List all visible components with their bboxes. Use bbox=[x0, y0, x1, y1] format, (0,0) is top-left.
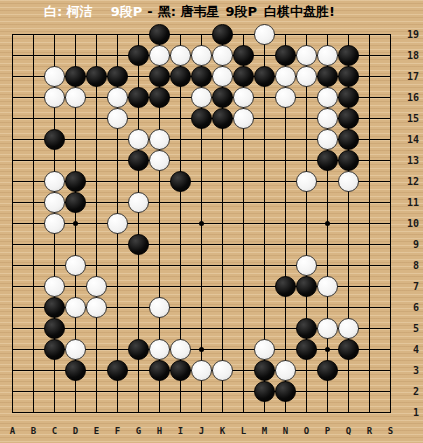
intersection-N4[interactable] bbox=[275, 339, 296, 360]
intersection-Q10[interactable] bbox=[338, 213, 359, 234]
intersection-J3[interactable] bbox=[191, 360, 212, 381]
intersection-G12[interactable] bbox=[128, 171, 149, 192]
intersection-D10[interactable] bbox=[65, 213, 86, 234]
intersection-N2[interactable] bbox=[275, 381, 296, 402]
intersection-A10[interactable] bbox=[2, 213, 23, 234]
intersection-M11[interactable] bbox=[254, 192, 275, 213]
intersection-R12[interactable] bbox=[359, 171, 380, 192]
intersection-N15[interactable] bbox=[275, 108, 296, 129]
intersection-G10[interactable] bbox=[128, 213, 149, 234]
intersection-B6[interactable] bbox=[23, 297, 44, 318]
intersection-H19[interactable] bbox=[149, 24, 170, 45]
intersection-F1[interactable] bbox=[107, 402, 128, 423]
intersection-A14[interactable] bbox=[2, 129, 23, 150]
intersection-I7[interactable] bbox=[170, 276, 191, 297]
intersection-G7[interactable] bbox=[128, 276, 149, 297]
intersection-S1[interactable] bbox=[380, 402, 401, 423]
intersection-J18[interactable] bbox=[191, 45, 212, 66]
intersection-P6[interactable] bbox=[317, 297, 338, 318]
intersection-I18[interactable] bbox=[170, 45, 191, 66]
intersection-F7[interactable] bbox=[107, 276, 128, 297]
intersection-F10[interactable] bbox=[107, 213, 128, 234]
intersection-O6[interactable] bbox=[296, 297, 317, 318]
intersection-L15[interactable] bbox=[233, 108, 254, 129]
intersection-A1[interactable] bbox=[2, 402, 23, 423]
intersection-B7[interactable] bbox=[23, 276, 44, 297]
intersection-A19[interactable] bbox=[2, 24, 23, 45]
intersection-D14[interactable] bbox=[65, 129, 86, 150]
intersection-S7[interactable] bbox=[380, 276, 401, 297]
intersection-Q13[interactable] bbox=[338, 150, 359, 171]
intersection-J16[interactable] bbox=[191, 87, 212, 108]
intersection-Q4[interactable] bbox=[338, 339, 359, 360]
intersection-G17[interactable] bbox=[128, 66, 149, 87]
intersection-N3[interactable] bbox=[275, 360, 296, 381]
intersection-Q15[interactable] bbox=[338, 108, 359, 129]
intersection-Q14[interactable] bbox=[338, 129, 359, 150]
intersection-M17[interactable] bbox=[254, 66, 275, 87]
intersection-Q17[interactable] bbox=[338, 66, 359, 87]
intersection-R17[interactable] bbox=[359, 66, 380, 87]
intersection-O7[interactable] bbox=[296, 276, 317, 297]
intersection-E5[interactable] bbox=[86, 318, 107, 339]
intersection-R19[interactable] bbox=[359, 24, 380, 45]
intersection-L9[interactable] bbox=[233, 234, 254, 255]
intersection-B13[interactable] bbox=[23, 150, 44, 171]
intersection-O12[interactable] bbox=[296, 171, 317, 192]
intersection-B2[interactable] bbox=[23, 381, 44, 402]
intersection-A11[interactable] bbox=[2, 192, 23, 213]
intersection-M16[interactable] bbox=[254, 87, 275, 108]
intersection-C13[interactable] bbox=[44, 150, 65, 171]
intersection-J7[interactable] bbox=[191, 276, 212, 297]
intersection-B11[interactable] bbox=[23, 192, 44, 213]
intersection-P19[interactable] bbox=[317, 24, 338, 45]
intersection-K17[interactable] bbox=[212, 66, 233, 87]
intersection-H8[interactable] bbox=[149, 255, 170, 276]
intersection-N19[interactable] bbox=[275, 24, 296, 45]
intersection-N16[interactable] bbox=[275, 87, 296, 108]
intersection-C2[interactable] bbox=[44, 381, 65, 402]
intersection-N13[interactable] bbox=[275, 150, 296, 171]
intersection-K18[interactable] bbox=[212, 45, 233, 66]
intersection-C8[interactable] bbox=[44, 255, 65, 276]
intersection-H13[interactable] bbox=[149, 150, 170, 171]
intersection-N18[interactable] bbox=[275, 45, 296, 66]
intersection-A2[interactable] bbox=[2, 381, 23, 402]
intersection-L1[interactable] bbox=[233, 402, 254, 423]
intersection-K10[interactable] bbox=[212, 213, 233, 234]
intersection-S13[interactable] bbox=[380, 150, 401, 171]
intersection-Q8[interactable] bbox=[338, 255, 359, 276]
intersection-I16[interactable] bbox=[170, 87, 191, 108]
intersection-D17[interactable] bbox=[65, 66, 86, 87]
intersection-N17[interactable] bbox=[275, 66, 296, 87]
intersection-B3[interactable] bbox=[23, 360, 44, 381]
intersection-B18[interactable] bbox=[23, 45, 44, 66]
intersection-O13[interactable] bbox=[296, 150, 317, 171]
intersection-M4[interactable] bbox=[254, 339, 275, 360]
intersection-J12[interactable] bbox=[191, 171, 212, 192]
intersection-F4[interactable] bbox=[107, 339, 128, 360]
intersection-J15[interactable] bbox=[191, 108, 212, 129]
intersection-I14[interactable] bbox=[170, 129, 191, 150]
intersection-C7[interactable] bbox=[44, 276, 65, 297]
intersection-F13[interactable] bbox=[107, 150, 128, 171]
intersection-O11[interactable] bbox=[296, 192, 317, 213]
intersection-E15[interactable] bbox=[86, 108, 107, 129]
intersection-K16[interactable] bbox=[212, 87, 233, 108]
intersection-P11[interactable] bbox=[317, 192, 338, 213]
intersection-D6[interactable] bbox=[65, 297, 86, 318]
intersection-F12[interactable] bbox=[107, 171, 128, 192]
intersection-O8[interactable] bbox=[296, 255, 317, 276]
intersection-O14[interactable] bbox=[296, 129, 317, 150]
intersection-P8[interactable] bbox=[317, 255, 338, 276]
intersection-L16[interactable] bbox=[233, 87, 254, 108]
intersection-H4[interactable] bbox=[149, 339, 170, 360]
intersection-M3[interactable] bbox=[254, 360, 275, 381]
intersection-O10[interactable] bbox=[296, 213, 317, 234]
intersection-N5[interactable] bbox=[275, 318, 296, 339]
intersection-S14[interactable] bbox=[380, 129, 401, 150]
intersection-S6[interactable] bbox=[380, 297, 401, 318]
intersection-B9[interactable] bbox=[23, 234, 44, 255]
intersection-P3[interactable] bbox=[317, 360, 338, 381]
intersection-D4[interactable] bbox=[65, 339, 86, 360]
intersection-F6[interactable] bbox=[107, 297, 128, 318]
intersection-H14[interactable] bbox=[149, 129, 170, 150]
intersection-G11[interactable] bbox=[128, 192, 149, 213]
intersection-M19[interactable] bbox=[254, 24, 275, 45]
intersection-P10[interactable] bbox=[317, 213, 338, 234]
intersection-P5[interactable] bbox=[317, 318, 338, 339]
intersection-G15[interactable] bbox=[128, 108, 149, 129]
intersection-E19[interactable] bbox=[86, 24, 107, 45]
intersection-Q11[interactable] bbox=[338, 192, 359, 213]
intersection-K13[interactable] bbox=[212, 150, 233, 171]
intersection-K4[interactable] bbox=[212, 339, 233, 360]
intersection-E6[interactable] bbox=[86, 297, 107, 318]
intersection-F16[interactable] bbox=[107, 87, 128, 108]
intersection-A4[interactable] bbox=[2, 339, 23, 360]
intersection-E12[interactable] bbox=[86, 171, 107, 192]
intersection-I12[interactable] bbox=[170, 171, 191, 192]
intersection-G5[interactable] bbox=[128, 318, 149, 339]
intersection-K1[interactable] bbox=[212, 402, 233, 423]
intersection-M6[interactable] bbox=[254, 297, 275, 318]
intersection-I9[interactable] bbox=[170, 234, 191, 255]
intersection-B19[interactable] bbox=[23, 24, 44, 45]
intersection-M15[interactable] bbox=[254, 108, 275, 129]
intersection-E4[interactable] bbox=[86, 339, 107, 360]
intersection-R16[interactable] bbox=[359, 87, 380, 108]
intersection-R9[interactable] bbox=[359, 234, 380, 255]
intersection-J9[interactable] bbox=[191, 234, 212, 255]
intersection-F18[interactable] bbox=[107, 45, 128, 66]
intersection-C5[interactable] bbox=[44, 318, 65, 339]
intersection-G16[interactable] bbox=[128, 87, 149, 108]
intersection-J13[interactable] bbox=[191, 150, 212, 171]
intersection-L6[interactable] bbox=[233, 297, 254, 318]
intersection-L7[interactable] bbox=[233, 276, 254, 297]
intersection-Q6[interactable] bbox=[338, 297, 359, 318]
intersection-P2[interactable] bbox=[317, 381, 338, 402]
intersection-Q5[interactable] bbox=[338, 318, 359, 339]
intersection-P4[interactable] bbox=[317, 339, 338, 360]
intersection-S16[interactable] bbox=[380, 87, 401, 108]
intersection-H5[interactable] bbox=[149, 318, 170, 339]
intersection-H16[interactable] bbox=[149, 87, 170, 108]
intersection-O2[interactable] bbox=[296, 381, 317, 402]
intersection-E11[interactable] bbox=[86, 192, 107, 213]
intersection-M14[interactable] bbox=[254, 129, 275, 150]
intersection-B8[interactable] bbox=[23, 255, 44, 276]
intersection-H1[interactable] bbox=[149, 402, 170, 423]
intersection-G2[interactable] bbox=[128, 381, 149, 402]
intersection-C4[interactable] bbox=[44, 339, 65, 360]
intersection-F17[interactable] bbox=[107, 66, 128, 87]
intersection-L17[interactable] bbox=[233, 66, 254, 87]
intersection-L12[interactable] bbox=[233, 171, 254, 192]
intersection-Q16[interactable] bbox=[338, 87, 359, 108]
intersection-D15[interactable] bbox=[65, 108, 86, 129]
intersection-N8[interactable] bbox=[275, 255, 296, 276]
intersection-E10[interactable] bbox=[86, 213, 107, 234]
intersection-M13[interactable] bbox=[254, 150, 275, 171]
intersection-I13[interactable] bbox=[170, 150, 191, 171]
intersection-P18[interactable] bbox=[317, 45, 338, 66]
intersection-S18[interactable] bbox=[380, 45, 401, 66]
intersection-J19[interactable] bbox=[191, 24, 212, 45]
intersection-K19[interactable] bbox=[212, 24, 233, 45]
intersection-R10[interactable] bbox=[359, 213, 380, 234]
intersection-B5[interactable] bbox=[23, 318, 44, 339]
intersection-A3[interactable] bbox=[2, 360, 23, 381]
intersection-F14[interactable] bbox=[107, 129, 128, 150]
intersection-Q19[interactable] bbox=[338, 24, 359, 45]
intersection-K2[interactable] bbox=[212, 381, 233, 402]
intersection-G18[interactable] bbox=[128, 45, 149, 66]
intersection-C18[interactable] bbox=[44, 45, 65, 66]
intersection-A9[interactable] bbox=[2, 234, 23, 255]
intersection-G1[interactable] bbox=[128, 402, 149, 423]
intersection-H9[interactable] bbox=[149, 234, 170, 255]
intersection-L11[interactable] bbox=[233, 192, 254, 213]
intersection-S8[interactable] bbox=[380, 255, 401, 276]
intersection-K12[interactable] bbox=[212, 171, 233, 192]
intersection-Q18[interactable] bbox=[338, 45, 359, 66]
intersection-J2[interactable] bbox=[191, 381, 212, 402]
intersection-E16[interactable] bbox=[86, 87, 107, 108]
intersection-L10[interactable] bbox=[233, 213, 254, 234]
intersection-R11[interactable] bbox=[359, 192, 380, 213]
intersection-A13[interactable] bbox=[2, 150, 23, 171]
intersection-B17[interactable] bbox=[23, 66, 44, 87]
intersection-D2[interactable] bbox=[65, 381, 86, 402]
intersection-N6[interactable] bbox=[275, 297, 296, 318]
intersection-D7[interactable] bbox=[65, 276, 86, 297]
intersection-R7[interactable] bbox=[359, 276, 380, 297]
intersection-H17[interactable] bbox=[149, 66, 170, 87]
intersection-N9[interactable] bbox=[275, 234, 296, 255]
intersection-P14[interactable] bbox=[317, 129, 338, 150]
intersection-M2[interactable] bbox=[254, 381, 275, 402]
intersection-O19[interactable] bbox=[296, 24, 317, 45]
intersection-B16[interactable] bbox=[23, 87, 44, 108]
intersection-O1[interactable] bbox=[296, 402, 317, 423]
intersection-L18[interactable] bbox=[233, 45, 254, 66]
intersection-E13[interactable] bbox=[86, 150, 107, 171]
intersection-E1[interactable] bbox=[86, 402, 107, 423]
intersection-R18[interactable] bbox=[359, 45, 380, 66]
intersection-H7[interactable] bbox=[149, 276, 170, 297]
intersection-L19[interactable] bbox=[233, 24, 254, 45]
intersection-D9[interactable] bbox=[65, 234, 86, 255]
intersection-F5[interactable] bbox=[107, 318, 128, 339]
intersection-S11[interactable] bbox=[380, 192, 401, 213]
intersection-K8[interactable] bbox=[212, 255, 233, 276]
intersection-L3[interactable] bbox=[233, 360, 254, 381]
intersection-J6[interactable] bbox=[191, 297, 212, 318]
intersection-K9[interactable] bbox=[212, 234, 233, 255]
intersection-J14[interactable] bbox=[191, 129, 212, 150]
intersection-O3[interactable] bbox=[296, 360, 317, 381]
intersection-K7[interactable] bbox=[212, 276, 233, 297]
intersection-M18[interactable] bbox=[254, 45, 275, 66]
intersection-M12[interactable] bbox=[254, 171, 275, 192]
intersection-C14[interactable] bbox=[44, 129, 65, 150]
intersection-D13[interactable] bbox=[65, 150, 86, 171]
intersection-H3[interactable] bbox=[149, 360, 170, 381]
intersection-P7[interactable] bbox=[317, 276, 338, 297]
intersection-K3[interactable] bbox=[212, 360, 233, 381]
intersection-D8[interactable] bbox=[65, 255, 86, 276]
intersection-F2[interactable] bbox=[107, 381, 128, 402]
intersection-E18[interactable] bbox=[86, 45, 107, 66]
intersection-G3[interactable] bbox=[128, 360, 149, 381]
intersection-L14[interactable] bbox=[233, 129, 254, 150]
intersection-I5[interactable] bbox=[170, 318, 191, 339]
intersection-K5[interactable] bbox=[212, 318, 233, 339]
intersection-R15[interactable] bbox=[359, 108, 380, 129]
intersection-D12[interactable] bbox=[65, 171, 86, 192]
intersection-R14[interactable] bbox=[359, 129, 380, 150]
intersection-I19[interactable] bbox=[170, 24, 191, 45]
intersection-M10[interactable] bbox=[254, 213, 275, 234]
intersection-F3[interactable] bbox=[107, 360, 128, 381]
intersection-R4[interactable] bbox=[359, 339, 380, 360]
intersection-P9[interactable] bbox=[317, 234, 338, 255]
intersection-I10[interactable] bbox=[170, 213, 191, 234]
intersection-R6[interactable] bbox=[359, 297, 380, 318]
intersection-R1[interactable] bbox=[359, 402, 380, 423]
intersection-B15[interactable] bbox=[23, 108, 44, 129]
intersection-B12[interactable] bbox=[23, 171, 44, 192]
intersection-P17[interactable] bbox=[317, 66, 338, 87]
intersection-F9[interactable] bbox=[107, 234, 128, 255]
intersection-A6[interactable] bbox=[2, 297, 23, 318]
intersection-N14[interactable] bbox=[275, 129, 296, 150]
intersection-M9[interactable] bbox=[254, 234, 275, 255]
intersection-H10[interactable] bbox=[149, 213, 170, 234]
intersection-S4[interactable] bbox=[380, 339, 401, 360]
intersection-M8[interactable] bbox=[254, 255, 275, 276]
intersection-K6[interactable] bbox=[212, 297, 233, 318]
intersection-P13[interactable] bbox=[317, 150, 338, 171]
intersection-S12[interactable] bbox=[380, 171, 401, 192]
intersection-D1[interactable] bbox=[65, 402, 86, 423]
intersection-Q9[interactable] bbox=[338, 234, 359, 255]
intersection-S5[interactable] bbox=[380, 318, 401, 339]
intersection-H2[interactable] bbox=[149, 381, 170, 402]
intersection-G19[interactable] bbox=[128, 24, 149, 45]
intersection-J17[interactable] bbox=[191, 66, 212, 87]
intersection-F15[interactable] bbox=[107, 108, 128, 129]
intersection-J8[interactable] bbox=[191, 255, 212, 276]
intersection-H15[interactable] bbox=[149, 108, 170, 129]
intersection-C11[interactable] bbox=[44, 192, 65, 213]
intersection-G6[interactable] bbox=[128, 297, 149, 318]
intersection-I1[interactable] bbox=[170, 402, 191, 423]
intersection-O17[interactable] bbox=[296, 66, 317, 87]
intersection-G14[interactable] bbox=[128, 129, 149, 150]
intersection-A17[interactable] bbox=[2, 66, 23, 87]
intersection-L4[interactable] bbox=[233, 339, 254, 360]
intersection-B4[interactable] bbox=[23, 339, 44, 360]
intersection-F19[interactable] bbox=[107, 24, 128, 45]
intersection-L8[interactable] bbox=[233, 255, 254, 276]
intersection-H12[interactable] bbox=[149, 171, 170, 192]
intersection-A12[interactable] bbox=[2, 171, 23, 192]
intersection-B14[interactable] bbox=[23, 129, 44, 150]
intersection-E17[interactable] bbox=[86, 66, 107, 87]
intersection-O9[interactable] bbox=[296, 234, 317, 255]
intersection-N10[interactable] bbox=[275, 213, 296, 234]
intersection-F11[interactable] bbox=[107, 192, 128, 213]
intersection-I17[interactable] bbox=[170, 66, 191, 87]
intersection-L5[interactable] bbox=[233, 318, 254, 339]
intersection-Q3[interactable] bbox=[338, 360, 359, 381]
intersection-P1[interactable] bbox=[317, 402, 338, 423]
intersection-G9[interactable] bbox=[128, 234, 149, 255]
intersection-A7[interactable] bbox=[2, 276, 23, 297]
intersection-B1[interactable] bbox=[23, 402, 44, 423]
intersection-D16[interactable] bbox=[65, 87, 86, 108]
intersection-S10[interactable] bbox=[380, 213, 401, 234]
intersection-S17[interactable] bbox=[380, 66, 401, 87]
intersection-O4[interactable] bbox=[296, 339, 317, 360]
intersection-E14[interactable] bbox=[86, 129, 107, 150]
intersection-S9[interactable] bbox=[380, 234, 401, 255]
intersection-Q12[interactable] bbox=[338, 171, 359, 192]
intersection-E3[interactable] bbox=[86, 360, 107, 381]
intersection-G13[interactable] bbox=[128, 150, 149, 171]
intersection-A8[interactable] bbox=[2, 255, 23, 276]
intersection-C9[interactable] bbox=[44, 234, 65, 255]
intersection-R3[interactable] bbox=[359, 360, 380, 381]
intersection-A15[interactable] bbox=[2, 108, 23, 129]
intersection-D19[interactable] bbox=[65, 24, 86, 45]
intersection-O15[interactable] bbox=[296, 108, 317, 129]
intersection-C12[interactable] bbox=[44, 171, 65, 192]
intersection-K11[interactable] bbox=[212, 192, 233, 213]
intersection-O16[interactable] bbox=[296, 87, 317, 108]
intersection-E9[interactable] bbox=[86, 234, 107, 255]
intersection-N11[interactable] bbox=[275, 192, 296, 213]
intersection-R2[interactable] bbox=[359, 381, 380, 402]
intersection-H6[interactable] bbox=[149, 297, 170, 318]
